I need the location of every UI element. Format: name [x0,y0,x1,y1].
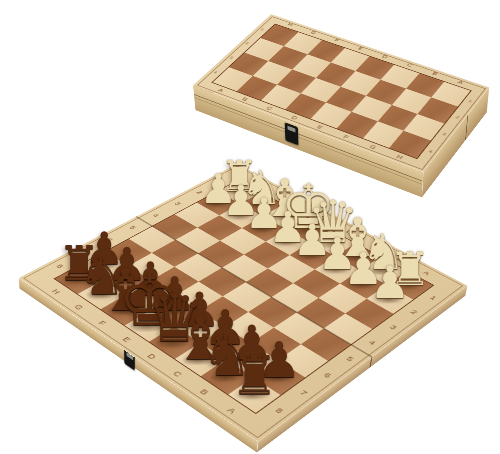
board-top-face: HGFEDCBA HGFEDCBA 12345678 12345678 [19,164,468,442]
open-chess-board: HGFEDCBA HGFEDCBA 12345678 12345678 [76,112,415,451]
chess-set-product-image: ABCDEFGH HGFEDCBA 1234 1234 [0,0,500,454]
board-grid [55,180,433,413]
board-fold-slit [369,356,372,367]
